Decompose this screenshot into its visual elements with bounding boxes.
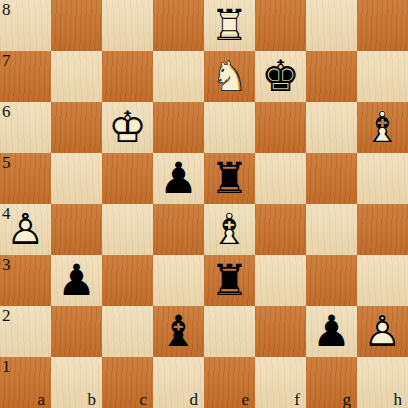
white-knight[interactable]: ♞♘ bbox=[204, 51, 255, 102]
white-pawn[interactable]: ♟♙ bbox=[357, 306, 408, 357]
square-d5[interactable]: ♟ bbox=[153, 153, 204, 204]
square-h4[interactable] bbox=[357, 204, 408, 255]
square-a2[interactable]: 2 bbox=[0, 306, 51, 357]
square-f8[interactable] bbox=[255, 0, 306, 51]
square-f6[interactable] bbox=[255, 102, 306, 153]
square-f1[interactable]: f bbox=[255, 357, 306, 408]
square-a5[interactable]: 5 bbox=[0, 153, 51, 204]
square-d6[interactable] bbox=[153, 102, 204, 153]
square-c8[interactable] bbox=[102, 0, 153, 51]
square-b3[interactable]: ♟ bbox=[51, 255, 102, 306]
square-b6[interactable] bbox=[51, 102, 102, 153]
square-g5[interactable] bbox=[306, 153, 357, 204]
square-g1[interactable]: g bbox=[306, 357, 357, 408]
black-king[interactable]: ♚ bbox=[255, 51, 306, 102]
black-pawn[interactable]: ♟ bbox=[306, 306, 357, 357]
black-bishop[interactable]: ♝ bbox=[153, 306, 204, 357]
square-g7[interactable] bbox=[306, 51, 357, 102]
white-bishop[interactable]: ♝♗ bbox=[204, 204, 255, 255]
white-bishop[interactable]: ♝♗ bbox=[357, 102, 408, 153]
rank-label-7: 7 bbox=[2, 52, 11, 69]
square-h1[interactable]: h bbox=[357, 357, 408, 408]
square-d4[interactable] bbox=[153, 204, 204, 255]
white-rook[interactable]: ♜♖ bbox=[204, 0, 255, 51]
file-label-h: h bbox=[394, 391, 403, 408]
square-a7[interactable]: 7 bbox=[0, 51, 51, 102]
square-e4[interactable]: ♝♗ bbox=[204, 204, 255, 255]
square-e6[interactable] bbox=[204, 102, 255, 153]
black-bishop-glyph: ♝ bbox=[159, 309, 198, 352]
square-c5[interactable] bbox=[102, 153, 153, 204]
rank-label-1: 1 bbox=[2, 358, 11, 375]
square-e5[interactable]: ♜ bbox=[204, 153, 255, 204]
white-bishop-outline: ♗ bbox=[363, 105, 402, 148]
square-e7[interactable]: ♞♘ bbox=[204, 51, 255, 102]
black-pawn[interactable]: ♟ bbox=[153, 153, 204, 204]
file-label-c: c bbox=[139, 391, 147, 408]
black-rook-glyph: ♜ bbox=[210, 258, 249, 301]
square-d8[interactable] bbox=[153, 0, 204, 51]
black-pawn-glyph: ♟ bbox=[312, 309, 351, 352]
square-e2[interactable] bbox=[204, 306, 255, 357]
square-h3[interactable] bbox=[357, 255, 408, 306]
white-pawn-outline: ♙ bbox=[363, 309, 402, 352]
file-label-e: e bbox=[241, 391, 249, 408]
file-label-g: g bbox=[343, 391, 352, 408]
square-h8[interactable] bbox=[357, 0, 408, 51]
square-b7[interactable] bbox=[51, 51, 102, 102]
square-a1[interactable]: 1a bbox=[0, 357, 51, 408]
file-label-a: a bbox=[37, 391, 45, 408]
rank-label-2: 2 bbox=[2, 307, 11, 324]
square-c7[interactable] bbox=[102, 51, 153, 102]
square-d2[interactable]: ♝ bbox=[153, 306, 204, 357]
black-rook[interactable]: ♜ bbox=[204, 255, 255, 306]
square-g2[interactable]: ♟ bbox=[306, 306, 357, 357]
square-c4[interactable] bbox=[102, 204, 153, 255]
square-h5[interactable] bbox=[357, 153, 408, 204]
square-a4[interactable]: 4♟♙ bbox=[0, 204, 51, 255]
square-b5[interactable] bbox=[51, 153, 102, 204]
square-b8[interactable] bbox=[51, 0, 102, 51]
square-g4[interactable] bbox=[306, 204, 357, 255]
square-e3[interactable]: ♜ bbox=[204, 255, 255, 306]
rank-label-3: 3 bbox=[2, 256, 11, 273]
rank-label-8: 8 bbox=[2, 1, 11, 18]
square-g8[interactable] bbox=[306, 0, 357, 51]
square-d1[interactable]: d bbox=[153, 357, 204, 408]
white-king[interactable]: ♚♔ bbox=[102, 102, 153, 153]
black-pawn-glyph: ♟ bbox=[159, 156, 198, 199]
white-rook-outline: ♖ bbox=[210, 3, 249, 46]
file-label-b: b bbox=[88, 391, 97, 408]
white-pawn[interactable]: ♟♙ bbox=[0, 204, 51, 255]
file-label-f: f bbox=[294, 391, 300, 408]
square-e8[interactable]: ♜♖ bbox=[204, 0, 255, 51]
black-rook-glyph: ♜ bbox=[210, 156, 249, 199]
white-knight-outline: ♘ bbox=[210, 54, 249, 97]
square-a6[interactable]: 6 bbox=[0, 102, 51, 153]
square-f2[interactable] bbox=[255, 306, 306, 357]
square-h6[interactable]: ♝♗ bbox=[357, 102, 408, 153]
square-c3[interactable] bbox=[102, 255, 153, 306]
square-f5[interactable] bbox=[255, 153, 306, 204]
black-pawn[interactable]: ♟ bbox=[51, 255, 102, 306]
file-label-d: d bbox=[190, 391, 199, 408]
square-a3[interactable]: 3 bbox=[0, 255, 51, 306]
rank-label-5: 5 bbox=[2, 154, 11, 171]
square-d3[interactable] bbox=[153, 255, 204, 306]
square-h7[interactable] bbox=[357, 51, 408, 102]
square-h2[interactable]: ♟♙ bbox=[357, 306, 408, 357]
black-rook[interactable]: ♜ bbox=[204, 153, 255, 204]
black-king-glyph: ♚ bbox=[261, 54, 300, 97]
square-b4[interactable] bbox=[51, 204, 102, 255]
square-e1[interactable]: e bbox=[204, 357, 255, 408]
chess-board: 8♜♖7♞♘♚6♚♔♝♗5♟♜4♟♙♝♗3♟♜2♝♟♟♙1abcdefgh bbox=[0, 0, 408, 408]
square-d7[interactable] bbox=[153, 51, 204, 102]
square-c6[interactable]: ♚♔ bbox=[102, 102, 153, 153]
square-f7[interactable]: ♚ bbox=[255, 51, 306, 102]
white-pawn-outline: ♙ bbox=[6, 207, 45, 250]
square-a8[interactable]: 8 bbox=[0, 0, 51, 51]
black-pawn-glyph: ♟ bbox=[57, 258, 96, 301]
square-c2[interactable] bbox=[102, 306, 153, 357]
white-king-outline: ♔ bbox=[108, 105, 147, 148]
rank-label-6: 6 bbox=[2, 103, 11, 120]
square-f3[interactable] bbox=[255, 255, 306, 306]
square-b2[interactable] bbox=[51, 306, 102, 357]
square-f4[interactable] bbox=[255, 204, 306, 255]
square-g6[interactable] bbox=[306, 102, 357, 153]
square-b1[interactable]: b bbox=[51, 357, 102, 408]
white-bishop-outline: ♗ bbox=[210, 207, 249, 250]
square-c1[interactable]: c bbox=[102, 357, 153, 408]
square-g3[interactable] bbox=[306, 255, 357, 306]
